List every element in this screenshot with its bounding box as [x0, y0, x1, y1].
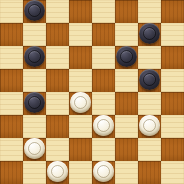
square-b5 — [23, 69, 46, 92]
square-a8 — [0, 0, 23, 23]
square-c5[interactable] — [46, 69, 69, 92]
black-man-b4[interactable] — [24, 92, 45, 113]
square-a2 — [0, 138, 23, 161]
square-h4[interactable] — [161, 92, 184, 115]
square-g7[interactable] — [138, 23, 161, 46]
square-g2 — [138, 138, 161, 161]
white-man-e3[interactable] — [93, 115, 114, 136]
black-man-g7[interactable] — [139, 23, 160, 44]
square-b6[interactable] — [23, 46, 46, 69]
square-b3 — [23, 115, 46, 138]
square-g1[interactable] — [138, 161, 161, 184]
white-man-e1[interactable] — [93, 161, 114, 182]
square-a6 — [0, 46, 23, 69]
square-f4[interactable] — [115, 92, 138, 115]
square-c1[interactable] — [46, 161, 69, 184]
square-h1 — [161, 161, 184, 184]
square-d5 — [69, 69, 92, 92]
square-h7 — [161, 23, 184, 46]
square-b2[interactable] — [23, 138, 46, 161]
black-man-f6[interactable] — [116, 46, 137, 67]
square-e7[interactable] — [92, 23, 115, 46]
square-g3[interactable] — [138, 115, 161, 138]
black-man-b8[interactable] — [24, 0, 45, 21]
square-f6[interactable] — [115, 46, 138, 69]
square-b4[interactable] — [23, 92, 46, 115]
square-c4 — [46, 92, 69, 115]
checkers-board — [0, 0, 184, 184]
square-e4 — [92, 92, 115, 115]
white-man-g3[interactable] — [139, 115, 160, 136]
square-d3 — [69, 115, 92, 138]
square-g6 — [138, 46, 161, 69]
square-h3 — [161, 115, 184, 138]
square-h6[interactable] — [161, 46, 184, 69]
white-man-d4[interactable] — [70, 92, 91, 113]
square-c3[interactable] — [46, 115, 69, 138]
square-d7 — [69, 23, 92, 46]
square-e1[interactable] — [92, 161, 115, 184]
square-e2 — [92, 138, 115, 161]
square-d6[interactable] — [69, 46, 92, 69]
square-d4[interactable] — [69, 92, 92, 115]
square-e8 — [92, 0, 115, 23]
black-man-b6[interactable] — [24, 46, 45, 67]
square-a7[interactable] — [0, 23, 23, 46]
square-e5[interactable] — [92, 69, 115, 92]
square-c6 — [46, 46, 69, 69]
black-man-g5[interactable] — [139, 69, 160, 90]
square-g8 — [138, 0, 161, 23]
square-c7[interactable] — [46, 23, 69, 46]
square-f5 — [115, 69, 138, 92]
square-f8[interactable] — [115, 0, 138, 23]
square-e6 — [92, 46, 115, 69]
square-h8[interactable] — [161, 0, 184, 23]
square-a3[interactable] — [0, 115, 23, 138]
square-f7 — [115, 23, 138, 46]
square-e3[interactable] — [92, 115, 115, 138]
square-d1 — [69, 161, 92, 184]
square-f3 — [115, 115, 138, 138]
square-b1 — [23, 161, 46, 184]
square-f1 — [115, 161, 138, 184]
square-c8 — [46, 0, 69, 23]
square-a5[interactable] — [0, 69, 23, 92]
white-man-b2[interactable] — [24, 138, 45, 159]
square-h2[interactable] — [161, 138, 184, 161]
square-b7 — [23, 23, 46, 46]
square-d8[interactable] — [69, 0, 92, 23]
square-f2[interactable] — [115, 138, 138, 161]
white-man-c1[interactable] — [47, 161, 68, 182]
square-h5 — [161, 69, 184, 92]
square-g4 — [138, 92, 161, 115]
square-d2[interactable] — [69, 138, 92, 161]
square-c2 — [46, 138, 69, 161]
square-g5[interactable] — [138, 69, 161, 92]
square-a1[interactable] — [0, 161, 23, 184]
square-a4 — [0, 92, 23, 115]
square-b8[interactable] — [23, 0, 46, 23]
